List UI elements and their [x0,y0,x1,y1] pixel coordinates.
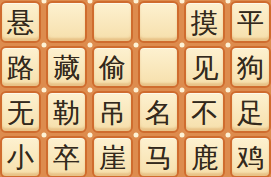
board-tile-char[interactable]: 摸 [184,1,225,43]
board-tile-char[interactable]: 鹿 [184,136,225,177]
tile-character: 无 [7,99,34,126]
board-tile-empty[interactable] [46,1,87,43]
puzzle-screen: 悬摸平路藏偷见狗无勒吊名不足小卒崖马鹿鸡 [0,0,271,177]
tile-character: 偷 [99,54,126,81]
board-tile-char[interactable]: 偷 [92,46,133,88]
tile-character: 鸡 [237,144,264,171]
board-tile-char[interactable]: 不 [184,91,225,133]
board-tile-empty[interactable] [138,1,179,43]
board-tile-char[interactable]: 狗 [230,46,271,88]
tile-character: 悬 [7,9,34,36]
tile-character: 崖 [99,144,126,171]
board-tile-char[interactable]: 鸡 [230,136,271,177]
tile-character: 狗 [237,54,264,81]
tile-character: 勒 [53,99,80,126]
tile-character: 小 [7,144,34,171]
tile-character: 见 [191,54,218,81]
tile-character: 足 [237,99,264,126]
board-tile-char[interactable]: 马 [138,136,179,177]
board-tile-char[interactable]: 崖 [92,136,133,177]
board-tile-char[interactable]: 勒 [46,91,87,133]
tile-character: 平 [237,9,264,36]
board-tile-char[interactable]: 路 [0,46,41,88]
board-tile-char[interactable]: 吊 [92,91,133,133]
tile-character: 卒 [53,144,80,171]
board-tile-char[interactable]: 悬 [0,1,41,43]
board-tile-char[interactable]: 见 [184,46,225,88]
tile-character: 摸 [191,9,218,36]
tile-character: 鹿 [191,144,218,171]
board-tile-char[interactable]: 藏 [46,46,87,88]
board-tile-char[interactable]: 平 [230,1,271,43]
tile-character: 马 [145,144,172,171]
tile-character: 路 [7,54,34,81]
board-tile-char[interactable]: 无 [0,91,41,133]
board-tile-char[interactable]: 卒 [46,136,87,177]
board-tile-char[interactable]: 小 [0,136,41,177]
idiom-puzzle-board: 悬摸平路藏偷见狗无勒吊名不足小卒崖马鹿鸡 [0,1,271,177]
board-tile-empty[interactable] [138,46,179,88]
tile-character: 不 [191,99,218,126]
tile-character: 藏 [53,54,80,81]
board-tile-char[interactable]: 足 [230,91,271,133]
tile-character: 吊 [99,99,126,126]
board-tile-char[interactable]: 名 [138,91,179,133]
tile-character: 名 [145,99,172,126]
board-tile-empty[interactable] [92,1,133,43]
